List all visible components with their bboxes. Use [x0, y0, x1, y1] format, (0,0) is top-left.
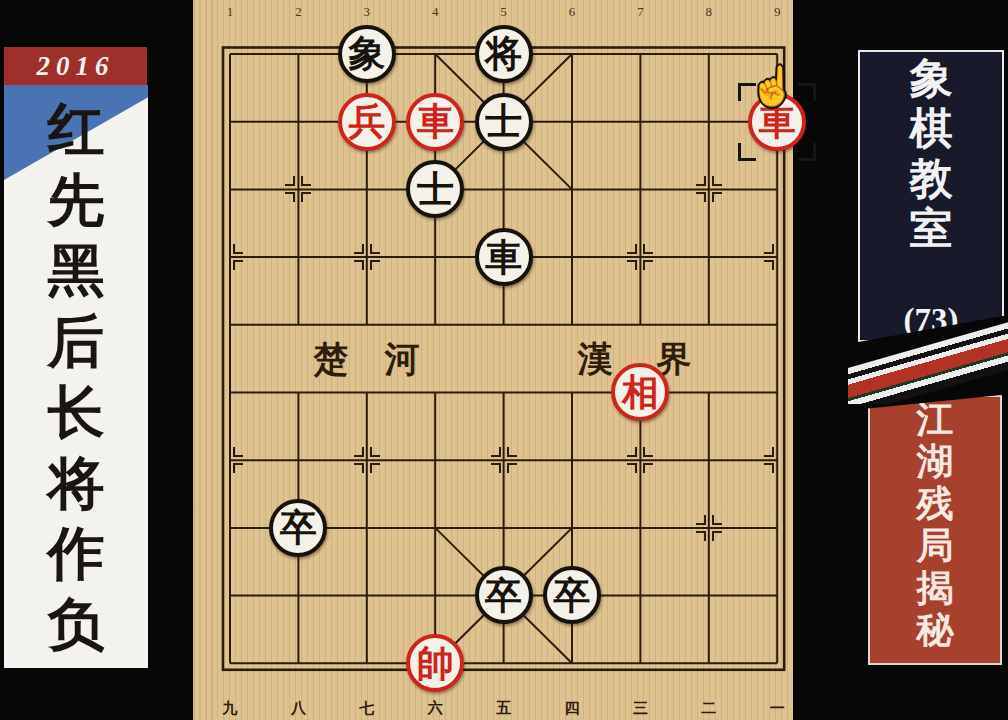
- black-elephant[interactable]: 象: [338, 25, 396, 83]
- video-frame: 2016 红先黑后长将作负 象将兵車士車士車相卒卒卒帥 ☝ 123456789九…: [0, 0, 1008, 720]
- left-slogan-strip: 红先黑后长将作负: [4, 85, 148, 668]
- series-subtitle-banner: 江湖残局揭秘: [868, 395, 1002, 665]
- piece-glyph: 士: [475, 93, 533, 151]
- show-title-char: 室: [860, 204, 1002, 254]
- black-general[interactable]: 将: [475, 25, 533, 83]
- piece-glyph: 車: [475, 228, 533, 286]
- file-label-top: 3: [356, 4, 378, 20]
- black-soldier[interactable]: 卒: [475, 566, 533, 624]
- file-label-bottom: 四: [559, 699, 585, 718]
- red-general[interactable]: 帥: [406, 634, 464, 692]
- piece-glyph: 卒: [475, 566, 533, 624]
- point-marker: [763, 243, 791, 271]
- point-marker: [763, 446, 791, 474]
- piece-glyph: 兵: [338, 93, 396, 151]
- slogan-char: 将: [4, 451, 148, 517]
- file-label-top: 7: [629, 4, 651, 20]
- red-chariot[interactable]: 車: [406, 93, 464, 151]
- file-label-bottom: 七: [354, 699, 380, 718]
- file-label-top: 4: [424, 4, 446, 20]
- point-marker: [490, 446, 518, 474]
- stripe-bar: [848, 318, 1008, 404]
- black-soldier[interactable]: 卒: [269, 499, 327, 557]
- subtitle-char: 秘: [870, 609, 1000, 651]
- show-title-banner: (73) 象棋教室: [858, 50, 1004, 342]
- board-intersections[interactable]: 象将兵車士車士車相卒卒卒帥: [196, 20, 812, 697]
- subtitle-char: 残: [870, 483, 1000, 525]
- black-advisor[interactable]: 士: [475, 93, 533, 151]
- file-label-top: 2: [287, 4, 309, 20]
- slogan-char: 长: [4, 380, 148, 446]
- black-chariot[interactable]: 車: [475, 228, 533, 286]
- file-label-top: 1: [219, 4, 241, 20]
- subtitle-char: 江: [870, 399, 1000, 441]
- slogan-char: 先: [4, 168, 148, 234]
- slogan-char: 黑: [4, 238, 148, 304]
- file-label-bottom: 八: [285, 699, 311, 718]
- file-label-bottom: 五: [491, 699, 517, 718]
- file-label-bottom: 九: [217, 699, 243, 718]
- red-elephant[interactable]: 相: [611, 363, 669, 421]
- slogan-char: 后: [4, 309, 148, 375]
- piece-glyph: 卒: [269, 499, 327, 557]
- point-marker: [284, 175, 312, 203]
- slogan-char: 作: [4, 521, 148, 587]
- file-label-bottom: 三: [627, 699, 653, 718]
- point-marker: [626, 243, 654, 271]
- xiangqi-board[interactable]: 象将兵車士車士車相卒卒卒帥 ☝ 123456789九八七六五四三二一楚河漢界: [193, 0, 793, 720]
- slogan-char: 负: [4, 592, 148, 658]
- black-advisor[interactable]: 士: [406, 160, 464, 218]
- show-title-char: 象: [860, 54, 1002, 104]
- red-soldier[interactable]: 兵: [338, 93, 396, 151]
- file-label-top: 6: [561, 4, 583, 20]
- piece-glyph: 象: [338, 25, 396, 83]
- piece-glyph: 帥: [406, 634, 464, 692]
- subtitle-char: 局: [870, 525, 1000, 567]
- point-marker: [695, 514, 723, 542]
- file-label-bottom: 一: [764, 699, 790, 718]
- black-soldier[interactable]: 卒: [543, 566, 601, 624]
- piece-glyph: 車: [406, 93, 464, 151]
- file-label-top: 5: [493, 4, 515, 20]
- piece-glyph: 将: [475, 25, 533, 83]
- point-marker: [216, 243, 244, 271]
- file-label-top: 9: [766, 4, 788, 20]
- file-label-top: 8: [698, 4, 720, 20]
- point-marker: [353, 446, 381, 474]
- piece-glyph: 士: [406, 160, 464, 218]
- point-marker: [353, 243, 381, 271]
- subtitle-char: 揭: [870, 567, 1000, 609]
- subtitle-char: 湖: [870, 441, 1000, 483]
- show-title-char: 棋: [860, 104, 1002, 154]
- show-title-char: 教: [860, 154, 1002, 204]
- point-marker: [626, 446, 654, 474]
- piece-glyph: 相: [611, 363, 669, 421]
- file-label-bottom: 二: [696, 699, 722, 718]
- point-marker: [695, 175, 723, 203]
- hand-cursor-icon: ☝: [749, 64, 796, 108]
- stripe-divider: [848, 318, 1008, 404]
- point-marker: [216, 446, 244, 474]
- piece-glyph: 卒: [543, 566, 601, 624]
- file-label-bottom: 六: [422, 699, 448, 718]
- slogan-char: 红: [4, 97, 148, 163]
- year-banner: 2016: [4, 47, 147, 85]
